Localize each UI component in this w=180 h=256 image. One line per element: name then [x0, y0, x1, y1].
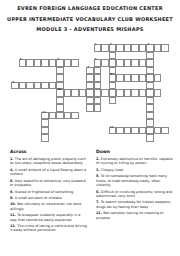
crossword-cell[interactable]: [64, 89, 72, 97]
crossword-void: [41, 67, 49, 75]
crossword-void: [101, 67, 109, 75]
clue-item: 11. Not sensible; having no meaning or p…: [96, 211, 174, 220]
crossword-cell[interactable]: [161, 44, 169, 52]
crossword-void: [116, 112, 124, 120]
crossword-cell[interactable]: [101, 59, 109, 67]
crossword-void: [34, 67, 42, 75]
crossword-cell[interactable]: [116, 74, 124, 82]
crossword-void: [49, 97, 57, 105]
crossword-void: [139, 112, 147, 120]
crossword-void: [34, 134, 42, 142]
crossword-cell[interactable]: [139, 74, 147, 82]
crossword-cell[interactable]: [146, 97, 154, 105]
crossword-void: [11, 127, 19, 135]
clue-text: To search somebody for hidden weapons, d…: [96, 200, 171, 208]
cell-number: 8: [110, 74, 112, 77]
cell-number: 7: [87, 67, 89, 70]
crossword-void: [154, 104, 162, 112]
crossword-void: [71, 82, 79, 90]
crossword-void: [34, 89, 42, 97]
crossword-cell[interactable]: [41, 82, 49, 90]
crossword-void: [79, 52, 87, 60]
crossword-void: [34, 112, 42, 120]
crossword-void: [116, 97, 124, 105]
crossword-void: [11, 44, 19, 52]
crossword-void: [101, 97, 109, 105]
crossword-void: [34, 97, 42, 105]
crossword-cell[interactable]: [34, 59, 42, 67]
clue-text: The act of damaging public property such…: [10, 157, 86, 165]
clue-text: Choppy (sea): [101, 168, 124, 172]
crossword-void: [71, 104, 79, 112]
crossword-void: [101, 119, 109, 127]
crossword-void: [86, 52, 94, 60]
crossword-void: [109, 112, 117, 120]
crossword-void: [64, 104, 72, 112]
crossword-void: [19, 104, 27, 112]
across-clues-column: Across 1. The act of damaging public pro…: [10, 149, 88, 235]
crossword-void: [26, 74, 34, 82]
crossword-cell[interactable]: [101, 44, 109, 52]
crossword-void: [79, 97, 87, 105]
worksheet-page: EVREN FOREIGN LANGUAGE EDUCATION CENTER …: [0, 0, 180, 256]
crossword-void: [101, 104, 109, 112]
crossword-cell[interactable]: [56, 74, 64, 82]
crossword-void: [139, 97, 147, 105]
crossword-cell[interactable]: [146, 52, 154, 60]
crossword-void: [71, 127, 79, 135]
crossword-void: [161, 119, 169, 127]
crossword-void: [131, 119, 139, 127]
crossword-cell[interactable]: 6: [94, 59, 102, 67]
crossword-cell[interactable]: [139, 44, 147, 52]
clue-item: 4. A small amount of a liquid flowing do…: [10, 168, 88, 177]
crossword-cell[interactable]: [131, 44, 139, 52]
cell-number: 2: [110, 44, 112, 47]
crossword-void: [154, 59, 162, 67]
crossword-void: [49, 119, 57, 127]
crossword-void: [131, 97, 139, 105]
crossword-cell[interactable]: [49, 82, 57, 90]
crossword-void: [71, 97, 79, 105]
crossword-void: [86, 119, 94, 127]
crossword-void: [116, 104, 124, 112]
crossword-void: [116, 134, 124, 142]
crossword-void: [19, 134, 27, 142]
crossword-cell[interactable]: [154, 44, 162, 52]
crossword-cell[interactable]: [94, 104, 102, 112]
crossword-grid: 123456789101112: [11, 44, 169, 142]
crossword-cell[interactable]: 4: [19, 59, 27, 67]
cell-number: 10: [57, 89, 61, 92]
crossword-void: [131, 104, 139, 112]
crossword-void: [34, 104, 42, 112]
crossword-cell[interactable]: [56, 67, 64, 75]
crossword-void: [79, 82, 87, 90]
crossword-void: [86, 44, 94, 52]
crossword-void: [154, 112, 162, 120]
crossword-cell[interactable]: [71, 59, 79, 67]
crossword-cell[interactable]: [146, 104, 154, 112]
clue-item: 6. Difficult or involving problems; stro…: [96, 190, 174, 199]
crossword-void: [116, 67, 124, 75]
crossword-void: [49, 52, 57, 60]
cell-number: 6: [95, 59, 97, 62]
clue-item: 10. Not voluntary or intentional; not do…: [10, 202, 88, 211]
crossword-cell[interactable]: [116, 44, 124, 52]
crossword-void: [26, 67, 34, 75]
crossword-void: [161, 112, 169, 120]
crossword-cell[interactable]: [124, 127, 132, 135]
crossword-void: [94, 134, 102, 142]
cell-number: 5: [57, 59, 59, 62]
crossword-void: [19, 97, 27, 105]
crossword-void: [71, 44, 79, 52]
crossword-void: [131, 82, 139, 90]
cell-number: 9: [12, 82, 14, 85]
crossword-void: [101, 112, 109, 120]
crossword-void: [161, 97, 169, 105]
crossword-cell[interactable]: [131, 74, 139, 82]
crossword-cell[interactable]: [19, 82, 27, 90]
crossword-cell[interactable]: [146, 134, 154, 142]
crossword-void: [64, 52, 72, 60]
crossword-void: [11, 89, 19, 97]
crossword-void: [34, 52, 42, 60]
clue-text: A small accident or mistake: [15, 196, 62, 200]
crossword-cell[interactable]: [94, 97, 102, 105]
crossword-void: [19, 89, 27, 97]
crossword-cell[interactable]: [161, 127, 169, 135]
clue-item: 7. To search somebody for hidden weapons…: [96, 200, 174, 209]
across-heading: Across: [10, 149, 88, 154]
crossword-void: [34, 127, 42, 135]
crossword-cell[interactable]: [139, 59, 147, 67]
crossword-void: [64, 44, 72, 52]
crossword-void: [34, 74, 42, 82]
crossword-void: [124, 82, 132, 90]
crossword-void: [109, 104, 117, 112]
crossword-cell[interactable]: [146, 119, 154, 127]
crossword-cell[interactable]: [56, 97, 64, 105]
crossword-void: [56, 44, 64, 52]
crossword-cell[interactable]: [34, 82, 42, 90]
crossword-grid-wrap: 123456789101112: [11, 44, 169, 142]
clue-item: 11. To disappear suddenly especially in …: [10, 213, 88, 222]
crossword-void: [161, 134, 169, 142]
clue-item: 12. The crime of taking a vehicle and dr…: [10, 224, 88, 233]
crossword-void: [34, 44, 42, 52]
clue-item: 1. The act of damaging public property s…: [10, 157, 88, 166]
crossword-void: [131, 52, 139, 60]
crossword-void: [64, 74, 72, 82]
crossword-void: [161, 89, 169, 97]
crossword-void: [154, 97, 162, 105]
crossword-cell[interactable]: [41, 134, 49, 142]
crossword-cell[interactable]: [56, 104, 64, 112]
crossword-void: [116, 52, 124, 60]
crossword-cell[interactable]: [109, 59, 117, 67]
crossword-void: [49, 67, 57, 75]
clue-item: 5. To hit somebody/something hard many t…: [96, 174, 174, 187]
crossword-void: [101, 52, 109, 60]
crossword-cell[interactable]: [146, 82, 154, 90]
clue-text: The crime of taking a vehicle and drivin…: [10, 224, 87, 232]
clue-text: Not voluntary or intentional; not done w…: [10, 202, 81, 210]
crossword-void: [131, 112, 139, 120]
crossword-void: [71, 119, 79, 127]
crossword-cell[interactable]: 9: [11, 82, 19, 90]
crossword-cell[interactable]: [146, 59, 154, 67]
clue-text: Very beautiful or attractive; very pleas…: [10, 179, 86, 187]
crossword-cell[interactable]: [79, 89, 87, 97]
crossword-void: [161, 52, 169, 60]
crossword-void: [124, 134, 132, 142]
crossword-void: [71, 134, 79, 142]
crossword-void: [71, 52, 79, 60]
crossword-void: [79, 44, 87, 52]
crossword-cell[interactable]: 11: [41, 112, 49, 120]
crossword-cell[interactable]: [124, 59, 132, 67]
crossword-cell[interactable]: 12: [109, 127, 117, 135]
crossword-cell[interactable]: [26, 82, 34, 90]
clue-item: 3. Choppy (sea): [96, 168, 174, 172]
crossword-cell[interactable]: [116, 59, 124, 67]
cell-number: 1: [95, 44, 97, 47]
crossword-void: [49, 127, 57, 135]
crossword-void: [161, 67, 169, 75]
crossword-cell[interactable]: [86, 74, 94, 82]
crossword-void: [34, 119, 42, 127]
crossword-void: [56, 127, 64, 135]
crossword-cell[interactable]: [49, 112, 57, 120]
crossword-void: [109, 134, 117, 142]
crossword-void: [94, 119, 102, 127]
crossword-cell[interactable]: [154, 89, 162, 97]
clue-text: Extremely destructive or harmful, capabl…: [96, 157, 173, 165]
crossword-cell[interactable]: [146, 112, 154, 120]
crossword-cell[interactable]: [124, 44, 132, 52]
crossword-void: [26, 89, 34, 97]
crossword-cell[interactable]: [94, 74, 102, 82]
crossword-void: [11, 59, 19, 67]
crossword-void: [139, 104, 147, 112]
crossword-void: [64, 119, 72, 127]
crossword-cell[interactable]: [109, 82, 117, 90]
clue-text: Scared or frightened of something: [15, 190, 73, 194]
crossword-void: [161, 82, 169, 90]
clues-section: Across 1. The act of damaging public pro…: [10, 149, 174, 235]
crossword-cell[interactable]: 1: [94, 44, 102, 52]
crossword-void: [41, 44, 49, 52]
crossword-cell[interactable]: [26, 59, 34, 67]
crossword-cell[interactable]: [146, 67, 154, 75]
crossword-cell[interactable]: [41, 59, 49, 67]
crossword-void: [71, 74, 79, 82]
crossword-void: [79, 74, 87, 82]
crossword-cell[interactable]: 2: [109, 44, 117, 52]
crossword-void: [86, 134, 94, 142]
crossword-void: [19, 119, 27, 127]
crossword-void: [79, 119, 87, 127]
crossword-void: [26, 112, 34, 120]
crossword-void: [124, 112, 132, 120]
crossword-cell[interactable]: [154, 74, 162, 82]
crossword-void: [26, 52, 34, 60]
crossword-void: [26, 104, 34, 112]
crossword-void: [116, 119, 124, 127]
crossword-void: [41, 74, 49, 82]
crossword-cell[interactable]: [41, 127, 49, 135]
crossword-cell[interactable]: [94, 67, 102, 75]
crossword-void: [26, 44, 34, 52]
crossword-cell[interactable]: [131, 127, 139, 135]
crossword-void: [154, 52, 162, 60]
crossword-void: [64, 67, 72, 75]
crossword-void: [79, 127, 87, 135]
crossword-void: [139, 134, 147, 142]
worksheet-header: EVREN FOREIGN LANGUAGE EDUCATION CENTER …: [0, 6, 180, 38]
crossword-void: [49, 74, 57, 82]
crossword-void: [71, 67, 79, 75]
crossword-void: [101, 82, 109, 90]
crossword-void: [19, 127, 27, 135]
clue-text: A small amount of a liquid flowing down …: [10, 168, 86, 176]
crossword-cell[interactable]: [146, 127, 154, 135]
crossword-void: [26, 119, 34, 127]
crossword-void: [26, 134, 34, 142]
crossword-void: [161, 74, 169, 82]
crossword-void: [11, 112, 19, 120]
crossword-void: [49, 44, 57, 52]
crossword-cell[interactable]: [131, 89, 139, 97]
crossword-cell[interactable]: 8: [109, 74, 117, 82]
down-heading: Down: [96, 149, 174, 154]
crossword-cell[interactable]: [146, 74, 154, 82]
crossword-void: [161, 59, 169, 67]
crossword-void: [161, 104, 169, 112]
cell-number: 11: [42, 112, 46, 115]
crossword-void: [11, 52, 19, 60]
crossword-void: [124, 104, 132, 112]
crossword-cell[interactable]: [116, 89, 124, 97]
header-line-3: MODULE 3 - ADVENTURES MISHAPS: [0, 27, 180, 32]
crossword-void: [41, 52, 49, 60]
clue-text: Difficult or involving problems; strong …: [96, 190, 172, 198]
crossword-void: [56, 134, 64, 142]
crossword-cell[interactable]: [146, 89, 154, 97]
crossword-void: [139, 52, 147, 60]
crossword-void: [101, 127, 109, 135]
crossword-cell[interactable]: [94, 82, 102, 90]
crossword-void: [124, 97, 132, 105]
crossword-void: [64, 82, 72, 90]
crossword-void: [19, 74, 27, 82]
crossword-cell[interactable]: [131, 59, 139, 67]
crossword-cell[interactable]: [86, 82, 94, 90]
crossword-void: [19, 44, 27, 52]
crossword-void: [19, 112, 27, 120]
crossword-void: [94, 127, 102, 135]
crossword-void: [26, 127, 34, 135]
crossword-void: [94, 112, 102, 120]
crossword-void: [79, 104, 87, 112]
crossword-cell[interactable]: [154, 127, 162, 135]
crossword-void: [41, 89, 49, 97]
across-clue-list: 1. The act of damaging public property s…: [10, 157, 88, 233]
clue-item: 2. Extremely destructive or harmful, cap…: [96, 157, 174, 166]
crossword-void: [11, 67, 19, 75]
crossword-void: [139, 67, 147, 75]
crossword-void: [154, 119, 162, 127]
crossword-void: [26, 97, 34, 105]
crossword-cell[interactable]: [49, 59, 57, 67]
crossword-cell[interactable]: [71, 89, 79, 97]
crossword-void: [124, 119, 132, 127]
crossword-cell[interactable]: [86, 89, 94, 97]
crossword-cell[interactable]: [116, 127, 124, 135]
crossword-cell[interactable]: [94, 89, 102, 97]
crossword-void: [79, 67, 87, 75]
crossword-void: [79, 112, 87, 120]
crossword-void: [131, 67, 139, 75]
crossword-void: [131, 134, 139, 142]
crossword-cell[interactable]: [86, 104, 94, 112]
crossword-cell[interactable]: [109, 97, 117, 105]
crossword-cell[interactable]: [139, 89, 147, 97]
crossword-void: [11, 134, 19, 142]
crossword-cell[interactable]: 5: [56, 59, 64, 67]
crossword-void: [11, 104, 19, 112]
clue-text: Not sensible; having no meaning or purpo…: [96, 211, 164, 219]
crossword-void: [49, 89, 57, 97]
down-clue-list: 2. Extremely destructive or harmful, cap…: [96, 157, 174, 220]
crossword-void: [154, 67, 162, 75]
crossword-cell[interactable]: [124, 74, 132, 82]
crossword-cell[interactable]: [109, 52, 117, 60]
crossword-cell[interactable]: [64, 112, 72, 120]
crossword-cell[interactable]: 10: [56, 89, 64, 97]
crossword-void: [79, 59, 87, 67]
crossword-void: [101, 134, 109, 142]
crossword-cell[interactable]: [41, 119, 49, 127]
crossword-void: [101, 74, 109, 82]
crossword-cell[interactable]: [86, 97, 94, 105]
crossword-cell[interactable]: 7: [86, 67, 94, 75]
header-line-2: UPPER INTERMEDIATE VOCABULARY CLUB WORKS…: [0, 17, 180, 22]
crossword-void: [116, 82, 124, 90]
crossword-void: [64, 134, 72, 142]
clue-text: To hit somebody/something hard many time…: [96, 174, 167, 187]
crossword-cell[interactable]: [71, 112, 79, 120]
crossword-cell[interactable]: [124, 89, 132, 97]
crossword-cell[interactable]: 3: [146, 44, 154, 52]
down-clues-column: Down 2. Extremely destructive or harmful…: [96, 149, 174, 235]
crossword-void: [86, 127, 94, 135]
crossword-cell[interactable]: [64, 59, 72, 67]
crossword-cell[interactable]: [101, 89, 109, 97]
crossword-cell[interactable]: [56, 112, 64, 120]
crossword-void: [49, 134, 57, 142]
crossword-void: [154, 82, 162, 90]
crossword-void: [79, 134, 87, 142]
clue-text: To disappear suddenly especially in a wa…: [10, 213, 80, 221]
clue-item: 8. Scared or frightened of something: [10, 190, 88, 194]
crossword-cell[interactable]: [109, 89, 117, 97]
crossword-void: [139, 82, 147, 90]
crossword-void: [11, 119, 19, 127]
crossword-cell[interactable]: [139, 127, 147, 135]
